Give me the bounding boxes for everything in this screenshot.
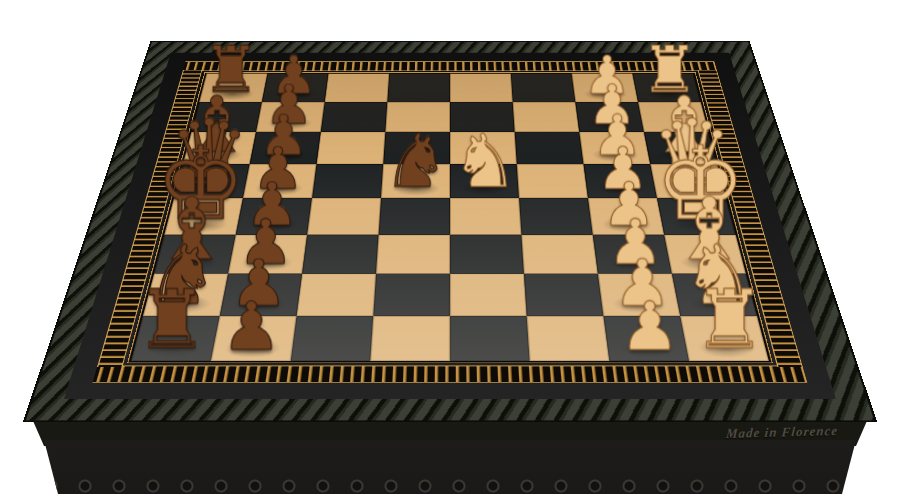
square-d4[interactable]: ♞ [450, 164, 519, 198]
square-g3[interactable] [524, 274, 603, 316]
square-c6[interactable] [316, 132, 385, 164]
square-a6[interactable] [325, 74, 390, 102]
piece-light-pawn-h2[interactable]: ♟ [619, 293, 679, 360]
square-d3[interactable] [517, 164, 588, 198]
piece-light-knight-d4[interactable]: ♞ [451, 123, 517, 197]
square-h2[interactable]: ♟ [603, 316, 689, 361]
square-e5[interactable] [379, 198, 450, 235]
square-e3[interactable] [519, 198, 593, 235]
square-a3[interactable] [511, 74, 576, 102]
chessboard: ♜♟♟♜♟♟♝♟♟♝♛♟♞♞♟♛♚♟♟♚♝♟♟♝♞♟♟♞♜♟♟♜ [26, 42, 874, 421]
square-h7[interactable]: ♟ [211, 316, 297, 361]
piece-dark-knight-d5[interactable]: ♞ [382, 123, 448, 197]
square-h8[interactable]: ♜ [131, 316, 220, 361]
square-d5[interactable]: ♞ [381, 164, 450, 198]
square-h6[interactable] [291, 316, 374, 361]
square-h4[interactable] [450, 316, 530, 361]
square-e6[interactable] [307, 198, 381, 235]
piece-dark-pawn-h7[interactable]: ♟ [221, 293, 281, 360]
piece-light-rook-h1[interactable]: ♜ [693, 279, 765, 360]
square-e4[interactable] [450, 198, 521, 235]
square-f4[interactable] [450, 235, 524, 274]
square-a4[interactable] [450, 74, 513, 102]
playing-area: ♜♟♟♜♟♟♝♟♟♝♛♟♞♞♟♛♚♟♟♚♝♟♟♝♞♟♟♞♜♟♟♜ [131, 74, 769, 361]
piece-dark-rook-h8[interactable]: ♜ [135, 279, 207, 360]
square-f6[interactable] [302, 235, 379, 274]
square-f3[interactable] [521, 235, 598, 274]
square-f5[interactable] [376, 235, 450, 274]
square-h1[interactable]: ♜ [680, 316, 769, 361]
gold-band-top [183, 61, 717, 71]
square-g4[interactable] [450, 274, 527, 316]
square-a5[interactable] [387, 74, 450, 102]
square-d6[interactable] [312, 164, 383, 198]
square-b6[interactable] [321, 102, 388, 132]
square-g5[interactable] [373, 274, 450, 316]
chess-set-photo: Made in Florence ♜♟♟♜♟♟♝♟♟♝♛♟♞♞♟♛♚♟♟♚♝♟♟… [0, 0, 900, 496]
square-h5[interactable] [370, 316, 450, 361]
square-g6[interactable] [297, 274, 376, 316]
square-h3[interactable] [527, 316, 610, 361]
square-b3[interactable] [513, 102, 580, 132]
square-c3[interactable] [515, 132, 584, 164]
